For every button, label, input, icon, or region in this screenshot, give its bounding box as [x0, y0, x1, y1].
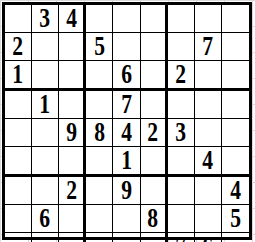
sudoku-cell-r8c7[interactable]: [168, 205, 195, 233]
given-digit: 1: [121, 147, 132, 174]
sudoku-cell-r6c8[interactable]: 4: [195, 147, 222, 177]
sudoku-cell-r3c6[interactable]: [141, 61, 168, 91]
sudoku-cell-r7c1[interactable]: [5, 177, 32, 205]
given-digit: 2: [175, 61, 186, 88]
sudoku-cell-r3c2[interactable]: [32, 61, 59, 91]
given-digit: 8: [147, 205, 158, 232]
sudoku-cell-r1c5[interactable]: [113, 5, 140, 33]
sudoku-cell-r5c5[interactable]: 4: [113, 119, 140, 147]
sudoku-cell-r7c8[interactable]: [195, 177, 222, 205]
sudoku-cell-r6c9[interactable]: [222, 147, 249, 177]
given-digit: 2: [147, 119, 158, 146]
sudoku-cell-r3c1[interactable]: 1: [5, 61, 32, 91]
sudoku-cell-r1c1[interactable]: [5, 5, 32, 33]
sudoku-cell-r5c3[interactable]: 9: [59, 119, 86, 147]
sudoku-cell-r8c1[interactable]: [5, 205, 32, 233]
sudoku-cell-r2c9[interactable]: [222, 33, 249, 61]
given-digit: 5: [94, 33, 105, 60]
sudoku-cell-r9c6[interactable]: [141, 233, 168, 242]
sudoku-cell-r3c8[interactable]: [195, 61, 222, 91]
sudoku-cell-r7c9[interactable]: 4: [222, 177, 249, 205]
sudoku-cell-r7c2[interactable]: [32, 177, 59, 205]
given-digit: 4: [230, 177, 241, 204]
given-digit: 4: [121, 119, 132, 146]
sudoku-cell-r1c4[interactable]: [86, 5, 113, 33]
sudoku-cell-r5c7[interactable]: 3: [168, 119, 195, 147]
sudoku-cell-r9c3[interactable]: [59, 233, 86, 242]
given-digit: 6: [202, 233, 213, 242]
sudoku-cell-r4c8[interactable]: [195, 91, 222, 119]
given-digit: 2: [13, 33, 24, 60]
given-digit: 4: [66, 5, 77, 32]
sudoku-cell-r4c1[interactable]: [5, 91, 32, 119]
sudoku-cell-r3c9[interactable]: [222, 61, 249, 91]
sudoku-cell-r3c3[interactable]: [59, 61, 86, 91]
sudoku-cell-r7c4[interactable]: [86, 177, 113, 205]
sudoku-cell-r2c1[interactable]: 2: [5, 33, 32, 61]
sudoku-cell-r5c8[interactable]: [195, 119, 222, 147]
sudoku-cell-r4c6[interactable]: [141, 91, 168, 119]
sudoku-cell-r1c3[interactable]: 4: [59, 5, 86, 33]
sudoku-cell-r5c1[interactable]: [5, 119, 32, 147]
sudoku-cell-r6c5[interactable]: 1: [113, 147, 140, 177]
sudoku-cell-r5c2[interactable]: [32, 119, 59, 147]
sudoku-cell-r7c3[interactable]: 2: [59, 177, 86, 205]
sudoku-cell-r6c1[interactable]: [5, 147, 32, 177]
given-digit: 3: [40, 5, 51, 32]
sudoku-cell-r3c5[interactable]: 6: [113, 61, 140, 91]
sudoku-cell-r6c7[interactable]: [168, 147, 195, 177]
sudoku-cell-r5c9[interactable]: [222, 119, 249, 147]
sudoku-cell-r8c5[interactable]: [113, 205, 140, 233]
sudoku-cell-r7c7[interactable]: [168, 177, 195, 205]
sudoku-cell-r7c6[interactable]: [141, 177, 168, 205]
sudoku-cell-r3c4[interactable]: [86, 61, 113, 91]
sudoku-cell-r1c7[interactable]: [168, 5, 195, 33]
given-digit: 1: [40, 91, 51, 118]
sudoku-cell-r6c3[interactable]: [59, 147, 86, 177]
sudoku-cell-r9c7[interactable]: 7: [168, 233, 195, 242]
sudoku-cell-r1c2[interactable]: 3: [32, 5, 59, 33]
given-digit: 7: [202, 33, 213, 60]
sudoku-cell-r4c5[interactable]: 7: [113, 91, 140, 119]
given-digit: 7: [175, 233, 186, 242]
sudoku-board: 3425716217984231429468576: [2, 2, 252, 240]
sudoku-cell-r1c6[interactable]: [141, 5, 168, 33]
sudoku-cell-r9c2[interactable]: [32, 233, 59, 242]
given-digit: 9: [121, 177, 132, 204]
sudoku-cell-r9c9[interactable]: [222, 233, 249, 242]
sudoku-cell-r4c2[interactable]: 1: [32, 91, 59, 119]
sudoku-cell-r4c3[interactable]: [59, 91, 86, 119]
given-digit: 6: [40, 205, 51, 232]
sudoku-cell-r2c5[interactable]: [113, 33, 140, 61]
sudoku-cell-r6c2[interactable]: [32, 147, 59, 177]
sudoku-cell-r9c8[interactable]: 6: [195, 233, 222, 242]
sudoku-cell-r4c7[interactable]: [168, 91, 195, 119]
spreadsheet-canvas: 3425716217984231429468576: [0, 0, 255, 242]
sudoku-cell-r1c9[interactable]: [222, 5, 249, 33]
sudoku-cell-r2c6[interactable]: [141, 33, 168, 61]
sudoku-cell-r8c2[interactable]: 6: [32, 205, 59, 233]
sudoku-cell-r9c5[interactable]: [113, 233, 140, 242]
given-digit: 3: [175, 119, 186, 146]
sudoku-cell-r2c3[interactable]: [59, 33, 86, 61]
sudoku-cell-r2c2[interactable]: [32, 33, 59, 61]
sudoku-cell-r8c8[interactable]: [195, 205, 222, 233]
sudoku-cell-r8c3[interactable]: [59, 205, 86, 233]
sudoku-cell-r2c8[interactable]: 7: [195, 33, 222, 61]
sudoku-cell-r2c4[interactable]: 5: [86, 33, 113, 61]
sudoku-cell-r2c7[interactable]: [168, 33, 195, 61]
sudoku-cell-r6c6[interactable]: [141, 147, 168, 177]
sudoku-cell-r4c4[interactable]: [86, 91, 113, 119]
given-digit: 8: [94, 119, 105, 146]
sudoku-cell-r4c9[interactable]: [222, 91, 249, 119]
given-digit: 6: [121, 61, 132, 88]
sudoku-cell-r5c6[interactable]: 2: [141, 119, 168, 147]
sudoku-cell-r3c7[interactable]: 2: [168, 61, 195, 91]
given-digit: 1: [13, 61, 24, 88]
given-digit: 7: [121, 91, 132, 118]
sudoku-cell-r9c1[interactable]: [5, 233, 32, 242]
sudoku-cell-r7c5[interactable]: 9: [113, 177, 140, 205]
given-digit: 9: [66, 119, 77, 146]
sudoku-cell-r5c4[interactable]: 8: [86, 119, 113, 147]
sudoku-cell-r9c4[interactable]: [86, 233, 113, 242]
sudoku-cell-r6c4[interactable]: [86, 147, 113, 177]
sudoku-cell-r8c6[interactable]: 8: [141, 205, 168, 233]
sudoku-cell-r8c4[interactable]: [86, 205, 113, 233]
sudoku-cell-r1c8[interactable]: [195, 5, 222, 33]
given-digit: 5: [230, 205, 241, 232]
given-digit: 2: [66, 177, 77, 204]
sudoku-cell-r8c9[interactable]: 5: [222, 205, 249, 233]
given-digit: 4: [202, 147, 213, 174]
